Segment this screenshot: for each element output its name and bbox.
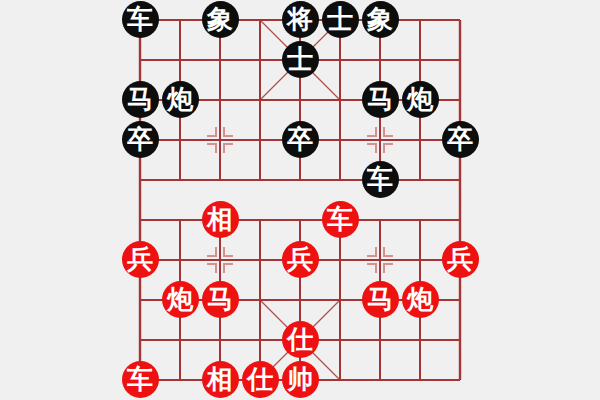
board-point-r3c2[interactable] — [200, 120, 240, 160]
piece-glyph: 象 — [207, 6, 233, 33]
board-point-r9c4[interactable]: 帅 — [280, 360, 320, 400]
board-point-r5c6[interactable] — [360, 200, 400, 240]
board-point-r8c1[interactable] — [160, 320, 200, 360]
piece-glyph: 车 — [127, 6, 153, 33]
piece-black-advisor[interactable]: 士 — [322, 1, 359, 38]
piece-glyph: 卒 — [447, 126, 473, 153]
board-point-r8c4[interactable]: 仕 — [280, 320, 320, 360]
board-point-r0c1[interactable] — [160, 0, 200, 40]
piece-black-cannon[interactable]: 炮 — [162, 81, 199, 118]
board-point-r2c5[interactable] — [320, 80, 360, 120]
board-point-r0c7[interactable] — [400, 0, 440, 40]
board-point-r9c2[interactable]: 相 — [200, 360, 240, 400]
board-point-r5c7[interactable] — [400, 200, 440, 240]
piece-black-elephant[interactable]: 象 — [362, 1, 399, 38]
board-point-r1c0[interactable] — [120, 40, 160, 80]
board-point-r7c8[interactable] — [440, 280, 480, 320]
piece-black-elephant[interactable]: 象 — [202, 1, 239, 38]
board-point-r2c8[interactable] — [440, 80, 480, 120]
board-point-r8c6[interactable] — [360, 320, 400, 360]
piece-glyph: 卒 — [127, 126, 153, 153]
board-point-r8c8[interactable] — [440, 320, 480, 360]
board-point-r9c6[interactable] — [360, 360, 400, 400]
piece-glyph: 炮 — [167, 286, 193, 313]
board-point-r6c3[interactable] — [240, 240, 280, 280]
board-point-r2c6[interactable]: 马 — [360, 80, 400, 120]
board-point-r1c6[interactable] — [360, 40, 400, 80]
board-point-r6c2[interactable] — [200, 240, 240, 280]
board-point-r6c6[interactable] — [360, 240, 400, 280]
board-point-r1c4[interactable]: 士 — [280, 40, 320, 80]
piece-glyph: 马 — [367, 86, 393, 113]
board-point-r9c3[interactable]: 仕 — [240, 360, 280, 400]
piece-black-soldier[interactable]: 卒 — [282, 121, 319, 158]
board-point-r5c5[interactable]: 车 — [320, 200, 360, 240]
board-point-r0c3[interactable] — [240, 0, 280, 40]
board-point-r1c3[interactable] — [240, 40, 280, 80]
board-point-r6c7[interactable] — [400, 240, 440, 280]
piece-grid: 车象将士象士马炮马炮卒卒卒车相车兵兵兵炮马马炮仕车相仕帅 — [120, 0, 480, 400]
piece-black-general[interactable]: 将 — [282, 1, 319, 38]
board-point-r6c0[interactable]: 兵 — [120, 240, 160, 280]
piece-glyph: 将 — [287, 6, 313, 33]
piece-glyph: 车 — [367, 166, 393, 193]
board-point-r5c3[interactable] — [240, 200, 280, 240]
board-point-r6c5[interactable] — [320, 240, 360, 280]
board-point-r5c4[interactable] — [280, 200, 320, 240]
board-point-r9c8[interactable] — [440, 360, 480, 400]
piece-glyph: 兵 — [287, 246, 313, 273]
board-point-r0c0[interactable]: 车 — [120, 0, 160, 40]
board-point-r2c0[interactable]: 马 — [120, 80, 160, 120]
board-point-r1c5[interactable] — [320, 40, 360, 80]
board-point-r4c6[interactable]: 车 — [360, 160, 400, 200]
board-point-r0c4[interactable]: 将 — [280, 0, 320, 40]
board-point-r7c1[interactable]: 炮 — [160, 280, 200, 320]
board-point-r4c2[interactable] — [200, 160, 240, 200]
piece-red-soldier[interactable]: 兵 — [122, 241, 159, 278]
piece-glyph: 炮 — [407, 286, 433, 313]
board-point-r3c8[interactable]: 卒 — [440, 120, 480, 160]
board-point-r9c7[interactable] — [400, 360, 440, 400]
board-point-r1c2[interactable] — [200, 40, 240, 80]
board-point-r1c1[interactable] — [160, 40, 200, 80]
piece-glyph: 兵 — [447, 246, 473, 273]
piece-red-elephant[interactable]: 相 — [202, 361, 239, 398]
piece-glyph: 马 — [127, 86, 153, 113]
piece-glyph: 士 — [287, 46, 313, 73]
board-point-r8c2[interactable] — [200, 320, 240, 360]
piece-glyph: 马 — [207, 286, 233, 313]
board-point-r5c2[interactable]: 相 — [200, 200, 240, 240]
board-point-r4c7[interactable] — [400, 160, 440, 200]
piece-glyph: 仕 — [287, 326, 313, 353]
board-point-r4c3[interactable] — [240, 160, 280, 200]
board-point-r2c4[interactable] — [280, 80, 320, 120]
board-point-r7c7[interactable]: 炮 — [400, 280, 440, 320]
piece-red-soldier[interactable]: 兵 — [282, 241, 319, 278]
piece-black-soldier[interactable]: 卒 — [122, 121, 159, 158]
board-point-r0c2[interactable]: 象 — [200, 0, 240, 40]
board-point-r8c3[interactable] — [240, 320, 280, 360]
board-point-r3c3[interactable] — [240, 120, 280, 160]
board-point-r7c4[interactable] — [280, 280, 320, 320]
piece-red-cannon[interactable]: 炮 — [162, 281, 199, 318]
piece-black-soldier[interactable]: 卒 — [442, 121, 479, 158]
piece-black-chariot[interactable]: 车 — [362, 161, 399, 198]
piece-glyph: 马 — [367, 286, 393, 313]
piece-red-chariot[interactable]: 车 — [122, 361, 159, 398]
piece-black-chariot[interactable]: 车 — [122, 1, 159, 38]
board-point-r5c0[interactable] — [120, 200, 160, 240]
board-point-r6c4[interactable]: 兵 — [280, 240, 320, 280]
board-point-r7c3[interactable] — [240, 280, 280, 320]
piece-glyph: 帅 — [287, 366, 313, 393]
board-point-r6c8[interactable]: 兵 — [440, 240, 480, 280]
board-point-r0c6[interactable]: 象 — [360, 0, 400, 40]
board-point-r4c0[interactable] — [120, 160, 160, 200]
board-point-r4c5[interactable] — [320, 160, 360, 200]
board-point-r2c3[interactable] — [240, 80, 280, 120]
piece-glyph: 相 — [207, 206, 233, 233]
board-point-r8c5[interactable] — [320, 320, 360, 360]
board-point-r5c8[interactable] — [440, 200, 480, 240]
board-point-r3c1[interactable] — [160, 120, 200, 160]
piece-glyph: 炮 — [407, 86, 433, 113]
board-point-r9c0[interactable]: 车 — [120, 360, 160, 400]
board-point-r9c5[interactable] — [320, 360, 360, 400]
xiangqi-board: 车象将士象士马炮马炮卒卒卒车相车兵兵兵炮马马炮仕车相仕帅 — [0, 0, 600, 400]
piece-red-advisor[interactable]: 仕 — [242, 361, 279, 398]
piece-glyph: 士 — [327, 6, 353, 33]
board-point-r0c5[interactable]: 士 — [320, 0, 360, 40]
piece-glyph: 相 — [207, 366, 233, 393]
board-point-r1c8[interactable] — [440, 40, 480, 80]
board-point-r3c0[interactable]: 卒 — [120, 120, 160, 160]
piece-glyph: 车 — [327, 206, 353, 233]
piece-red-soldier[interactable]: 兵 — [442, 241, 479, 278]
piece-glyph: 象 — [367, 6, 393, 33]
board-point-r2c2[interactable] — [200, 80, 240, 120]
board-point-r7c5[interactable] — [320, 280, 360, 320]
board-point-r7c0[interactable] — [120, 280, 160, 320]
piece-black-advisor[interactable]: 士 — [282, 41, 319, 78]
piece-glyph: 仕 — [247, 366, 273, 393]
piece-black-horse[interactable]: 马 — [362, 81, 399, 118]
board-point-r8c7[interactable] — [400, 320, 440, 360]
board-point-r0c8[interactable] — [440, 0, 480, 40]
board-point-r9c1[interactable] — [160, 360, 200, 400]
board-point-r2c7[interactable]: 炮 — [400, 80, 440, 120]
piece-glyph: 炮 — [167, 86, 193, 113]
board-point-r5c1[interactable] — [160, 200, 200, 240]
piece-red-chariot[interactable]: 车 — [322, 201, 359, 238]
piece-red-horse[interactable]: 马 — [362, 281, 399, 318]
piece-glyph: 卒 — [287, 126, 313, 153]
piece-red-elephant[interactable]: 相 — [202, 201, 239, 238]
piece-glyph: 兵 — [127, 246, 153, 273]
board-point-r8c0[interactable] — [120, 320, 160, 360]
piece-glyph: 车 — [127, 366, 153, 393]
board-point-r1c7[interactable] — [400, 40, 440, 80]
piece-black-cannon[interactable]: 炮 — [402, 81, 439, 118]
piece-red-cannon[interactable]: 炮 — [402, 281, 439, 318]
piece-red-general[interactable]: 帅 — [282, 361, 319, 398]
board-point-r7c6[interactable]: 马 — [360, 280, 400, 320]
board-point-r4c1[interactable] — [160, 160, 200, 200]
board-point-r3c4[interactable]: 卒 — [280, 120, 320, 160]
board-point-r4c4[interactable] — [280, 160, 320, 200]
board-point-r2c1[interactable]: 炮 — [160, 80, 200, 120]
board-point-r7c2[interactable]: 马 — [200, 280, 240, 320]
board-point-r3c7[interactable] — [400, 120, 440, 160]
board-point-r3c5[interactable] — [320, 120, 360, 160]
piece-black-horse[interactable]: 马 — [122, 81, 159, 118]
board-point-r6c1[interactable] — [160, 240, 200, 280]
board-point-r4c8[interactable] — [440, 160, 480, 200]
board-point-r3c6[interactable] — [360, 120, 400, 160]
piece-red-horse[interactable]: 马 — [202, 281, 239, 318]
piece-red-advisor[interactable]: 仕 — [282, 321, 319, 358]
